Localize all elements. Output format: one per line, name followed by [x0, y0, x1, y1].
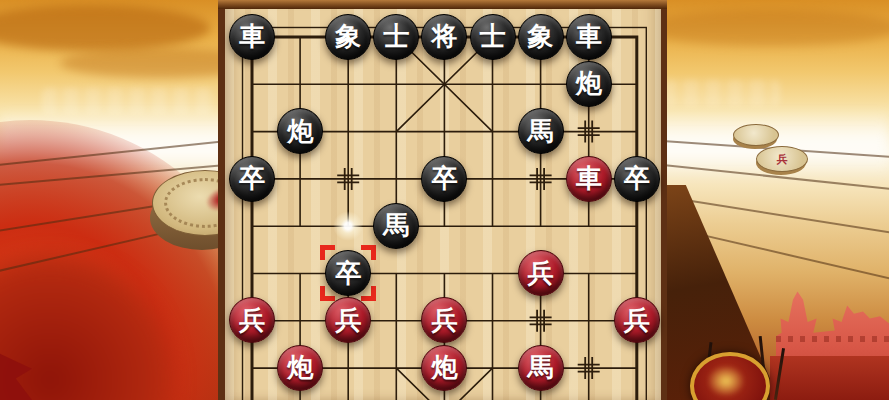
xiangqi-game-screen: 兵 車象士将士象車炮炮馬卒卒車卒馬卒兵兵兵兵兵炮炮馬 [0, 0, 889, 400]
distant-piece-soldier: 兵 [756, 146, 806, 170]
temple-battlements [776, 336, 889, 342]
piece-black-advisor[interactable]: 士 [470, 14, 516, 60]
piece-red-soldier[interactable]: 兵 [229, 297, 275, 343]
piece-black-advisor[interactable]: 士 [373, 14, 419, 60]
piece-black-elephant[interactable]: 象 [518, 14, 564, 60]
piece-black-elephant[interactable]: 象 [325, 14, 371, 60]
glow-dot-marker [333, 211, 363, 241]
piece-black-cannon[interactable]: 炮 [277, 108, 323, 154]
piece-red-soldier[interactable]: 兵 [518, 250, 564, 296]
piece-black-horse[interactable]: 馬 [518, 108, 564, 154]
cloud-shape [0, 5, 210, 51]
piece-red-soldier[interactable]: 兵 [421, 297, 467, 343]
piece-black-chariot[interactable]: 車 [566, 14, 612, 60]
xiangqi-board[interactable]: 車象士将士象車炮炮馬卒卒車卒馬卒兵兵兵兵兵炮炮馬 [218, 0, 667, 400]
piece-black-general[interactable]: 将 [421, 14, 467, 60]
piece-black-cannon[interactable]: 炮 [566, 61, 612, 107]
piece-black-soldier[interactable]: 卒 [614, 156, 660, 202]
piece-black-chariot[interactable]: 車 [229, 14, 275, 60]
deep-red-band [770, 356, 889, 400]
piece-black-soldier[interactable]: 卒 [421, 156, 467, 202]
piece-red-horse[interactable]: 馬 [518, 345, 564, 391]
piece-red-cannon[interactable]: 炮 [277, 345, 323, 391]
piece-red-soldier[interactable]: 兵 [614, 297, 660, 343]
piece-red-soldier[interactable]: 兵 [325, 297, 371, 343]
piece-red-chariot[interactable]: 車 [566, 156, 612, 202]
distant-piece-glyph: 兵 [756, 146, 808, 172]
piece-red-cannon[interactable]: 炮 [421, 345, 467, 391]
distant-piece [733, 124, 777, 144]
piece-black-soldier[interactable]: 卒 [229, 156, 275, 202]
pieces-layer: 車象士将士象車炮炮馬卒卒車卒馬卒兵兵兵兵兵炮炮馬 [228, 13, 661, 400]
piece-black-horse[interactable]: 馬 [373, 203, 419, 249]
watermark-blur [42, 88, 214, 114]
board-top-edge [218, 0, 667, 9]
cloud-shape [640, 10, 889, 46]
watermark-blur [662, 80, 780, 106]
